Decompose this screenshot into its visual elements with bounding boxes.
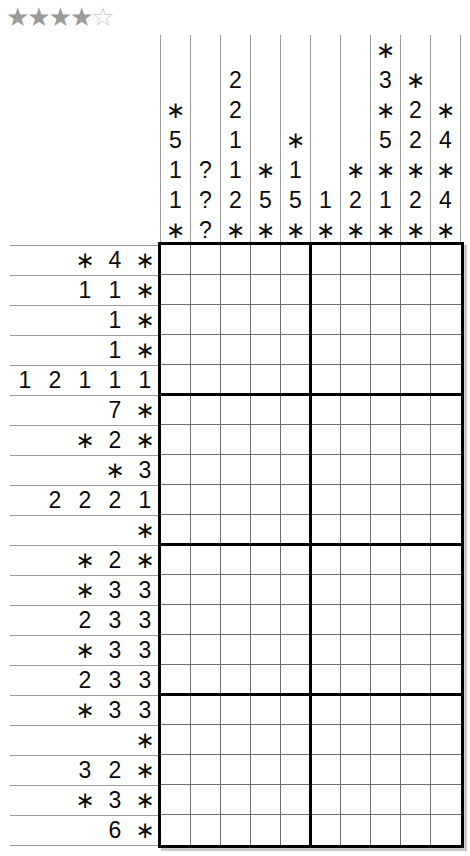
row-clue-group: 7∗ — [10, 396, 160, 426]
col-clue-cell: 1 — [161, 155, 190, 185]
difficulty-rating: ★★★★☆ — [6, 0, 113, 34]
board-cell[interactable] — [281, 365, 311, 395]
row-clue-cell: ∗ — [130, 816, 160, 845]
col-clue-cell: ∗ — [161, 95, 190, 125]
board-cell[interactable] — [221, 605, 251, 635]
row-clue-cell: ∗ — [70, 696, 100, 725]
board-cell[interactable] — [371, 575, 401, 605]
board-cell[interactable] — [401, 605, 431, 635]
board-cell[interactable] — [221, 245, 251, 275]
board-cell[interactable] — [161, 725, 191, 755]
board-cell[interactable] — [191, 815, 221, 845]
row-clue-group: 6∗ — [10, 816, 160, 846]
star-filled-icon: ★ — [27, 2, 48, 32]
col-clue-group: ??? — [191, 35, 221, 245]
board-cell[interactable] — [311, 545, 341, 575]
row-clue-group: 32∗ — [10, 756, 160, 786]
col-clue-cell: 5 — [281, 185, 310, 215]
col-clue-group: ∗22∗2∗ — [401, 35, 431, 245]
board-cell[interactable] — [221, 275, 251, 305]
board-cell[interactable] — [281, 815, 311, 845]
board-cell[interactable] — [341, 545, 371, 575]
row-clue-cell: 3 — [130, 456, 160, 485]
board-cell[interactable] — [431, 395, 461, 425]
row-clue-cell: 1 — [10, 366, 40, 395]
board-cell[interactable] — [191, 545, 221, 575]
board-cell[interactable] — [251, 515, 281, 545]
board-cell[interactable] — [191, 755, 221, 785]
board-cell[interactable] — [251, 545, 281, 575]
board-cell[interactable] — [161, 695, 191, 725]
row-clue-group: 1∗ — [10, 336, 160, 366]
board-cell[interactable] — [251, 275, 281, 305]
board-cell[interactable] — [221, 815, 251, 845]
board-cell[interactable] — [221, 455, 251, 485]
col-clue-group: ∗4∗4∗ — [431, 35, 461, 245]
board-cell[interactable] — [221, 785, 251, 815]
col-clue-cell: 2 — [401, 125, 430, 155]
board-cell[interactable] — [431, 275, 461, 305]
board-cell[interactable] — [191, 455, 221, 485]
board-cell[interactable] — [371, 605, 401, 635]
row-clue-cell: 3 — [130, 666, 160, 695]
board-cell[interactable] — [371, 425, 401, 455]
row-clue-cell: 3 — [70, 756, 100, 785]
col-clue-cell: 1 — [161, 185, 190, 215]
board-cell[interactable] — [311, 575, 341, 605]
board-cell[interactable] — [191, 335, 221, 365]
row-clues: ∗4∗11∗1∗1∗121117∗∗2∗∗32221∗∗2∗∗33233∗332… — [10, 245, 160, 846]
board-cell[interactable] — [341, 365, 371, 395]
board-cell[interactable] — [311, 725, 341, 755]
board-cell[interactable] — [251, 755, 281, 785]
col-clue-cell: 2 — [221, 95, 250, 125]
board-cell[interactable] — [401, 665, 431, 695]
board-cell[interactable] — [401, 515, 431, 545]
board-cell[interactable] — [191, 395, 221, 425]
board-cell[interactable] — [371, 455, 401, 485]
row-clue-cell: 6 — [100, 816, 130, 845]
board-cell[interactable] — [341, 695, 371, 725]
col-clue-cell: ∗ — [371, 155, 400, 185]
board-cell[interactable] — [221, 335, 251, 365]
row-clue-cell: 1 — [100, 336, 130, 365]
board-cell[interactable] — [161, 815, 191, 845]
row-clue-cell: 7 — [100, 396, 130, 425]
board-cell[interactable] — [401, 245, 431, 275]
board-cell[interactable] — [251, 245, 281, 275]
board-cell[interactable] — [341, 605, 371, 635]
board-cell[interactable] — [281, 455, 311, 485]
board-cell[interactable] — [161, 485, 191, 515]
col-clue-cell: 5 — [251, 185, 280, 215]
board-cell[interactable] — [281, 695, 311, 725]
board-cell[interactable] — [251, 425, 281, 455]
board-cell[interactable] — [431, 815, 461, 845]
col-clue-cell: 2 — [341, 185, 370, 215]
col-clue-group: 1∗ — [311, 35, 341, 245]
board-cell[interactable] — [281, 335, 311, 365]
board-cell[interactable] — [281, 395, 311, 425]
board-cell[interactable] — [251, 395, 281, 425]
col-clue-cell: ∗ — [431, 95, 460, 125]
board-cell[interactable] — [161, 605, 191, 635]
board-cell[interactable] — [431, 365, 461, 395]
row-clue-cell: 3 — [100, 666, 130, 695]
board-cell[interactable] — [161, 455, 191, 485]
board-cell[interactable] — [161, 755, 191, 785]
board-cell[interactable] — [281, 785, 311, 815]
board-cell[interactable] — [341, 275, 371, 305]
board-cell[interactable] — [371, 395, 401, 425]
board-cell[interactable] — [311, 515, 341, 545]
board-cell[interactable] — [311, 275, 341, 305]
col-clue-cell: ∗ — [311, 215, 340, 245]
block-divider-horizontal — [161, 693, 461, 696]
board-cell[interactable] — [341, 635, 371, 665]
board-cell[interactable] — [251, 635, 281, 665]
col-clue-cell: ∗ — [341, 215, 370, 245]
board-cell[interactable] — [311, 635, 341, 665]
row-clue-group: 12111 — [10, 366, 160, 396]
board-cell[interactable] — [311, 425, 341, 455]
board-cell[interactable] — [251, 485, 281, 515]
board-cell[interactable] — [281, 545, 311, 575]
row-clue-cell: 1 — [100, 366, 130, 395]
board-cell[interactable] — [191, 305, 221, 335]
board-cell[interactable] — [431, 455, 461, 485]
board-cell[interactable] — [251, 365, 281, 395]
board-cell[interactable] — [221, 755, 251, 785]
board-cell[interactable] — [191, 575, 221, 605]
board-cell[interactable] — [251, 665, 281, 695]
row-clue-cell: 2 — [70, 486, 100, 515]
board-cell[interactable] — [311, 335, 341, 365]
board-cell[interactable] — [191, 695, 221, 725]
board-cell[interactable] — [401, 545, 431, 575]
board-cell[interactable] — [251, 695, 281, 725]
board-cell[interactable] — [371, 695, 401, 725]
board-cell[interactable] — [431, 635, 461, 665]
row-clue-cell: 4 — [100, 246, 130, 275]
board-cell[interactable] — [401, 695, 431, 725]
board-cell[interactable] — [251, 785, 281, 815]
board-cell[interactable] — [161, 635, 191, 665]
col-clue-cell: 5 — [161, 125, 190, 155]
board-cell[interactable] — [221, 485, 251, 515]
row-clue-group: ∗3 — [10, 456, 160, 486]
row-clue-cell: 3 — [100, 606, 130, 635]
board-cell[interactable] — [311, 455, 341, 485]
col-clue-cell: 4 — [431, 125, 460, 155]
board-cell[interactable] — [191, 365, 221, 395]
board-cell[interactable] — [431, 485, 461, 515]
row-clue-cell: ∗ — [70, 786, 100, 815]
board-cell[interactable] — [401, 785, 431, 815]
board-cell[interactable] — [401, 455, 431, 485]
row-clue-cell: 3 — [100, 636, 130, 665]
board-cell[interactable] — [281, 425, 311, 455]
board-cell[interactable] — [371, 665, 401, 695]
board-cell[interactable] — [431, 755, 461, 785]
board-cell[interactable] — [191, 665, 221, 695]
board-cell[interactable] — [251, 575, 281, 605]
board-cell[interactable] — [281, 485, 311, 515]
board-cell[interactable] — [191, 785, 221, 815]
board-cell[interactable] — [341, 815, 371, 845]
board-cell[interactable] — [401, 725, 431, 755]
board-cell[interactable] — [431, 575, 461, 605]
board-cell[interactable] — [371, 725, 401, 755]
col-clue-cell: 1 — [311, 185, 340, 215]
star-empty-icon: ☆ — [91, 2, 112, 32]
board-cell[interactable] — [401, 635, 431, 665]
board-cell[interactable] — [281, 245, 311, 275]
board-cell[interactable] — [341, 425, 371, 455]
board-cell[interactable] — [431, 725, 461, 755]
board-cell[interactable] — [161, 335, 191, 365]
board-cell[interactable] — [221, 395, 251, 425]
board-cell[interactable] — [161, 515, 191, 545]
star-filled-icon: ★ — [70, 2, 91, 32]
row-clue-group: 233 — [10, 606, 160, 636]
board-cell[interactable] — [281, 635, 311, 665]
board-cell[interactable] — [311, 695, 341, 725]
col-clue-cell: 1 — [221, 125, 250, 155]
board-cell[interactable] — [401, 395, 431, 425]
board-cell[interactable] — [161, 275, 191, 305]
board-cell[interactable] — [401, 335, 431, 365]
board-cell[interactable] — [161, 365, 191, 395]
board-cell[interactable] — [161, 665, 191, 695]
row-clue-cell: ∗ — [130, 396, 160, 425]
board-cell[interactable] — [311, 305, 341, 335]
row-clue-group: ∗33 — [10, 576, 160, 606]
column-clues: ∗511∗???22112∗∗5∗∗15∗1∗∗2∗∗3∗5∗1∗∗22∗2∗∗… — [160, 35, 461, 245]
board-cell[interactable] — [191, 485, 221, 515]
row-clue-cell: 1 — [100, 276, 130, 305]
board-cell[interactable] — [371, 815, 401, 845]
row-clue-cell: ∗ — [130, 546, 160, 575]
col-clue-cell: ∗ — [401, 215, 430, 245]
board-cell[interactable] — [191, 275, 221, 305]
board-cell[interactable] — [221, 515, 251, 545]
col-clue-cell: ∗ — [371, 95, 400, 125]
board-cell[interactable] — [311, 605, 341, 635]
board-cell[interactable] — [341, 245, 371, 275]
board-cell[interactable] — [371, 365, 401, 395]
col-clue-cell: 4 — [431, 185, 460, 215]
board-cell[interactable] — [431, 545, 461, 575]
col-clue-cell: 2 — [401, 95, 430, 125]
board-cell[interactable] — [161, 575, 191, 605]
board-cell[interactable] — [341, 455, 371, 485]
board-cell[interactable] — [431, 695, 461, 725]
board-cell[interactable] — [161, 305, 191, 335]
board-cell[interactable] — [191, 245, 221, 275]
row-clue-group: ∗ — [10, 516, 160, 546]
board-cell[interactable] — [341, 485, 371, 515]
board-cell[interactable] — [161, 425, 191, 455]
nonogram-puzzle: ∗511∗???22112∗∗5∗∗15∗1∗∗2∗∗3∗5∗1∗∗22∗2∗∗… — [10, 35, 465, 853]
row-clue-cell: 3 — [130, 636, 160, 665]
row-clue-cell: 2 — [100, 426, 130, 455]
board-cell[interactable] — [221, 545, 251, 575]
board-cell[interactable] — [431, 515, 461, 545]
star-filled-icon: ★ — [49, 2, 70, 32]
row-clue-cell: 1 — [70, 276, 100, 305]
board-cell[interactable] — [341, 515, 371, 545]
col-clue-cell: ∗ — [251, 215, 280, 245]
row-clue-cell: 2 — [100, 546, 130, 575]
board-cell[interactable] — [251, 455, 281, 485]
board-cell[interactable] — [371, 245, 401, 275]
board-cell[interactable] — [311, 365, 341, 395]
board-cell[interactable] — [431, 305, 461, 335]
board-cell[interactable] — [251, 335, 281, 365]
board-cell[interactable] — [431, 665, 461, 695]
board-cell[interactable] — [341, 725, 371, 755]
board-cell[interactable] — [431, 605, 461, 635]
board-cell[interactable] — [401, 485, 431, 515]
board-cell[interactable] — [371, 755, 401, 785]
row-clue-cell: 3 — [100, 696, 130, 725]
col-clue-group: ∗3∗5∗1∗ — [371, 35, 401, 245]
board-cell[interactable] — [221, 305, 251, 335]
col-clue-group: ∗5∗ — [251, 35, 281, 245]
board-cell[interactable] — [401, 305, 431, 335]
board-cell[interactable] — [401, 365, 431, 395]
board-cell[interactable] — [221, 725, 251, 755]
board-cell[interactable] — [251, 815, 281, 845]
board-cell[interactable] — [251, 725, 281, 755]
board-cell[interactable] — [161, 245, 191, 275]
board-cell[interactable] — [221, 575, 251, 605]
col-clue-cell: ∗ — [281, 125, 310, 155]
board-cell[interactable] — [191, 425, 221, 455]
board-cell[interactable] — [281, 275, 311, 305]
row-clue-cell: 1 — [100, 306, 130, 335]
row-clue-cell: ∗ — [70, 426, 100, 455]
board-cell[interactable] — [371, 305, 401, 335]
board-cell[interactable] — [191, 515, 221, 545]
row-clue-cell: 2 — [70, 666, 100, 695]
col-clue-cell: 1 — [221, 155, 250, 185]
row-clue-cell: ∗ — [130, 336, 160, 365]
row-clue-cell: 3 — [130, 696, 160, 725]
row-clue-cell: ∗ — [130, 276, 160, 305]
board-cell[interactable] — [431, 245, 461, 275]
board-cell[interactable] — [191, 605, 221, 635]
row-clue-group: 11∗ — [10, 276, 160, 306]
board-cell[interactable] — [251, 605, 281, 635]
board-cell[interactable] — [401, 575, 431, 605]
board-cell[interactable] — [371, 545, 401, 575]
col-clue-cell: 2 — [401, 185, 430, 215]
board-cell[interactable] — [311, 785, 341, 815]
board-grid — [158, 242, 464, 848]
row-clue-group: ∗2∗ — [10, 426, 160, 456]
row-clue-cell: 1 — [70, 366, 100, 395]
board-cell[interactable] — [311, 815, 341, 845]
row-clue-cell: ∗ — [100, 456, 130, 485]
board-cell[interactable] — [341, 395, 371, 425]
board-cell[interactable] — [341, 335, 371, 365]
puzzle-screen: ★★★★☆ ∗511∗???22112∗∗5∗∗15∗1∗∗2∗∗3∗5∗1∗∗… — [0, 0, 470, 856]
board-cell[interactable] — [281, 725, 311, 755]
board-cell[interactable] — [311, 665, 341, 695]
board-cell[interactable] — [281, 605, 311, 635]
row-clue-group: ∗4∗ — [10, 246, 160, 276]
board-cell[interactable] — [311, 755, 341, 785]
board-cell[interactable] — [341, 575, 371, 605]
board-cell[interactable] — [401, 815, 431, 845]
board-cell[interactable] — [431, 425, 461, 455]
board-cell[interactable] — [431, 335, 461, 365]
board-cell[interactable] — [191, 635, 221, 665]
board-cell[interactable] — [221, 425, 251, 455]
board-cell[interactable] — [251, 305, 281, 335]
board-cell[interactable] — [341, 755, 371, 785]
board-cell[interactable] — [161, 545, 191, 575]
board-cell[interactable] — [401, 275, 431, 305]
board-cell[interactable] — [281, 665, 311, 695]
col-clue-cell: ? — [191, 185, 220, 215]
col-clue-cell: ∗ — [281, 215, 310, 245]
board-cell[interactable] — [401, 755, 431, 785]
board-cell[interactable] — [371, 485, 401, 515]
board-cell[interactable] — [431, 785, 461, 815]
board-cell[interactable] — [221, 365, 251, 395]
col-clue-group: ∗15∗ — [281, 35, 311, 245]
board-cell[interactable] — [371, 275, 401, 305]
board-cell[interactable] — [371, 635, 401, 665]
row-clue-group: ∗3∗ — [10, 786, 160, 816]
row-clue-cell: 1 — [130, 486, 160, 515]
row-clue-cell: 2 — [70, 606, 100, 635]
board-cell[interactable] — [281, 575, 311, 605]
board-cell[interactable] — [371, 515, 401, 545]
board-cell[interactable] — [281, 755, 311, 785]
board-cell[interactable] — [191, 725, 221, 755]
board-cell[interactable] — [311, 245, 341, 275]
board-cell[interactable] — [221, 635, 251, 665]
row-clue-group: ∗2∗ — [10, 546, 160, 576]
board-cell[interactable] — [341, 785, 371, 815]
col-clue-cell: ∗ — [431, 155, 460, 185]
board-cell[interactable] — [311, 485, 341, 515]
row-clue-group: ∗ — [10, 726, 160, 756]
board-cell[interactable] — [281, 515, 311, 545]
col-clue-cell: ∗ — [431, 215, 460, 245]
board-cell[interactable] — [401, 425, 431, 455]
board-cell[interactable] — [221, 695, 251, 725]
col-clue-cell: 1 — [371, 185, 400, 215]
board-cell[interactable] — [371, 335, 401, 365]
board-cell[interactable] — [341, 665, 371, 695]
board-cell[interactable] — [281, 305, 311, 335]
row-clue-group: 2221 — [10, 486, 160, 516]
board-cell[interactable] — [161, 395, 191, 425]
board-cell[interactable] — [311, 395, 341, 425]
board-cell[interactable] — [161, 785, 191, 815]
board-cell[interactable] — [371, 785, 401, 815]
board-cell[interactable] — [341, 305, 371, 335]
col-clue-group: 22112∗ — [221, 35, 251, 245]
col-clue-cell: 2 — [221, 65, 250, 95]
col-clue-cell: 1 — [281, 155, 310, 185]
board-cell[interactable] — [221, 665, 251, 695]
